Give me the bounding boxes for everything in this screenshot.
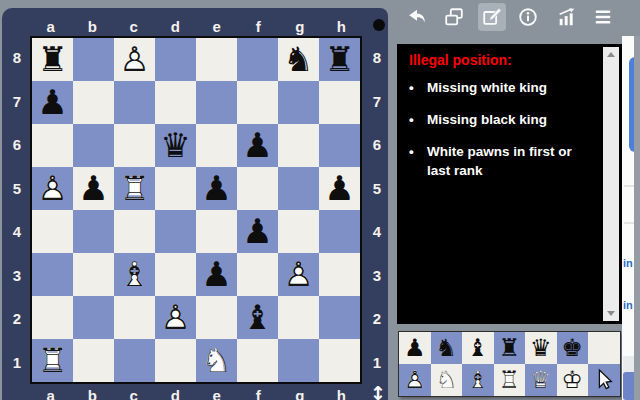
square-e7[interactable]: [196, 81, 237, 124]
square-e8[interactable]: [196, 38, 237, 81]
square-g6[interactable]: [278, 124, 319, 167]
file-label-h: h: [321, 385, 363, 400]
square-b2[interactable]: [73, 296, 114, 339]
file-label-e: e: [196, 385, 238, 400]
chess-board: ♜♟♙♞♜♟♛♟♟♙♟♜♖♟♟♟♝♗♟♟♙♟♙♝♜♖♞♘: [30, 36, 362, 384]
square-c8[interactable]: ♟♙: [114, 38, 155, 81]
rank-label-7: 7: [364, 80, 390, 124]
palette-black-knight[interactable]: ♞: [431, 332, 463, 364]
black-pawn[interactable]: ♟: [73, 167, 114, 210]
square-d2[interactable]: ♟♙: [155, 296, 196, 339]
rank-label-4: 4: [364, 210, 390, 254]
square-g7[interactable]: [278, 81, 319, 124]
file-label-a: a: [30, 385, 72, 400]
square-f3[interactable]: [237, 253, 278, 296]
square-h4[interactable]: [319, 210, 360, 253]
square-a6[interactable]: [32, 124, 73, 167]
file-label-d: d: [155, 385, 197, 400]
square-d6[interactable]: ♛: [155, 124, 196, 167]
palette-white-queen[interactable]: ♛♕: [525, 364, 557, 396]
palette-black-rook[interactable]: ♜: [494, 332, 526, 364]
black-pawn[interactable]: ♟: [32, 81, 73, 124]
panel-title: Illegal position:: [409, 52, 592, 68]
palette-white-bishop[interactable]: ♝♗: [462, 364, 494, 396]
file-label-f: f: [238, 385, 280, 400]
square-a5[interactable]: ♟♙: [32, 167, 73, 210]
background-link: in: [623, 257, 633, 269]
error-item: • Missing black king: [409, 110, 592, 129]
palette-black-king[interactable]: ♚: [557, 332, 589, 364]
palette-black-queen[interactable]: ♛: [525, 332, 557, 364]
square-a1[interactable]: ♜♖: [32, 339, 73, 382]
file-labels-bottom: abcdefgh: [30, 385, 362, 400]
square-f8[interactable]: [237, 38, 278, 81]
file-label-g: g: [279, 385, 321, 400]
black-pawn[interactable]: ♟: [319, 167, 360, 210]
file-label-f: f: [238, 16, 280, 36]
rank-label-3: 3: [4, 254, 30, 298]
square-f5[interactable]: [237, 167, 278, 210]
file-label-d: d: [155, 16, 197, 36]
scroll-down-icon[interactable]: [603, 306, 619, 321]
error-item: • Missing white king: [409, 78, 592, 97]
white-pawn[interactable]: ♟♙: [278, 253, 319, 296]
square-b7[interactable]: [73, 81, 114, 124]
square-a8[interactable]: ♜: [32, 38, 73, 81]
palette-empty[interactable]: [588, 332, 620, 364]
file-labels-top: abcdefgh: [30, 16, 362, 36]
palette-black-rook[interactable]: ♜: [494, 332, 526, 364]
square-b8[interactable]: [73, 38, 114, 81]
square-h8[interactable]: ♜: [319, 38, 360, 81]
square-a3[interactable]: [32, 253, 73, 296]
copy-board-icon[interactable]: [443, 6, 465, 28]
square-e6[interactable]: [196, 124, 237, 167]
rank-label-1: 1: [364, 341, 390, 385]
panel-scrollbar[interactable]: [603, 47, 619, 321]
rank-label-6: 6: [364, 123, 390, 167]
black-rook[interactable]: ♜: [32, 38, 73, 81]
black-pawn[interactable]: ♟: [237, 210, 278, 253]
square-c1[interactable]: [114, 339, 155, 382]
square-e1[interactable]: ♞♘: [196, 339, 237, 382]
file-label-b: b: [72, 385, 114, 400]
square-a2[interactable]: [32, 296, 73, 339]
rank-label-6: 6: [4, 123, 30, 167]
rank-label-8: 8: [4, 36, 30, 80]
square-h5[interactable]: ♟: [319, 167, 360, 210]
square-g2[interactable]: [278, 296, 319, 339]
square-h7[interactable]: [319, 81, 360, 124]
square-a7[interactable]: ♟: [32, 81, 73, 124]
square-h2[interactable]: [319, 296, 360, 339]
bullet: •: [409, 110, 427, 129]
side-to-move-dot[interactable]: [373, 19, 385, 31]
error-item: • White pawns in first or last rank: [409, 142, 592, 180]
square-c7[interactable]: [114, 81, 155, 124]
black-pawn[interactable]: ♟: [196, 253, 237, 296]
white-pawn[interactable]: ♟♙: [32, 167, 73, 210]
rank-label-2: 2: [4, 297, 30, 341]
square-g5[interactable]: [278, 167, 319, 210]
scroll-up-icon[interactable]: [603, 47, 619, 62]
rank-labels-left: 87654321: [4, 36, 30, 384]
square-g8[interactable]: ♞: [278, 38, 319, 81]
bullet: •: [409, 142, 427, 180]
black-pawn[interactable]: ♟: [196, 167, 237, 210]
palette-white-pawn[interactable]: ♟♙: [399, 364, 431, 396]
menu-icon[interactable]: [592, 6, 614, 28]
error-list: • Missing white king • Missing black kin…: [409, 78, 592, 180]
black-bishop[interactable]: ♝: [237, 296, 278, 339]
black-rook[interactable]: ♜: [319, 38, 360, 81]
black-pawn[interactable]: ♟: [237, 124, 278, 167]
rank-label-2: 2: [364, 297, 390, 341]
flip-board-icon[interactable]: ↕: [366, 381, 390, 400]
white-rook[interactable]: ♜♖: [114, 167, 155, 210]
square-d8[interactable]: [155, 38, 196, 81]
white-knight[interactable]: ♞♘: [196, 339, 237, 382]
square-f6[interactable]: ♟: [237, 124, 278, 167]
palette-black-pawn[interactable]: ♟: [399, 332, 431, 364]
background-link: in: [623, 299, 633, 311]
white-pawn[interactable]: ♟♙: [114, 38, 155, 81]
square-f1[interactable]: [237, 339, 278, 382]
square-h3[interactable]: [319, 253, 360, 296]
error-text: Missing white king: [427, 78, 592, 97]
palette-black-bishop[interactable]: ♝: [462, 332, 494, 364]
square-b6[interactable]: [73, 124, 114, 167]
error-text: Missing black king: [427, 110, 592, 129]
square-f4[interactable]: ♟: [237, 210, 278, 253]
square-g4[interactable]: [278, 210, 319, 253]
palette-white-pawn[interactable]: ♟♙: [399, 364, 431, 396]
rank-label-5: 5: [364, 167, 390, 211]
square-d7[interactable]: [155, 81, 196, 124]
square-b4[interactable]: [73, 210, 114, 253]
square-d3[interactable]: [155, 253, 196, 296]
palette-cursor-tool[interactable]: [588, 364, 620, 396]
rank-label-5: 5: [4, 167, 30, 211]
error-text: White pawns in first or last rank: [427, 142, 592, 180]
square-b5[interactable]: ♟: [73, 167, 114, 210]
square-b3[interactable]: [73, 253, 114, 296]
cursor-icon: [593, 368, 615, 392]
black-knight[interactable]: ♞: [278, 38, 319, 81]
bullet: •: [409, 78, 427, 97]
square-e2[interactable]: [196, 296, 237, 339]
black-queen[interactable]: ♛: [155, 124, 196, 167]
palette-black-queen[interactable]: ♛: [525, 332, 557, 364]
square-a4[interactable]: [32, 210, 73, 253]
file-label-g: g: [279, 16, 321, 36]
square-e4[interactable]: [196, 210, 237, 253]
square-e3[interactable]: ♟: [196, 253, 237, 296]
white-rook[interactable]: ♜♖: [32, 339, 73, 382]
board-frame: abcdefgh 87654321 87654321 ♜♟♙♞♜♟♛♟♟♙♟♜♖…: [2, 8, 388, 400]
square-f2[interactable]: ♝: [237, 296, 278, 339]
file-label-c: c: [113, 385, 155, 400]
file-label-a: a: [30, 16, 72, 36]
palette-white-king[interactable]: ♚♔: [557, 364, 589, 396]
file-label-e: e: [196, 16, 238, 36]
piece-palette: ♟♞♝♜♛♚♟♙♞♘♝♗♜♖♛♕♚♔: [398, 331, 621, 397]
square-c3[interactable]: ♝♗: [114, 253, 155, 296]
square-e5[interactable]: ♟: [196, 167, 237, 210]
white-bishop[interactable]: ♝♗: [114, 253, 155, 296]
square-b1[interactable]: [73, 339, 114, 382]
palette-black-king[interactable]: ♚: [557, 332, 589, 364]
palette-white-bishop[interactable]: ♝♗: [462, 364, 494, 396]
rank-label-7: 7: [4, 80, 30, 124]
rank-label-8: 8: [364, 36, 390, 80]
palette-black-bishop[interactable]: ♝: [462, 332, 494, 364]
square-d4[interactable]: [155, 210, 196, 253]
file-label-h: h: [321, 16, 363, 36]
palette-white-knight[interactable]: ♞♘: [431, 364, 463, 396]
square-g3[interactable]: ♟♙: [278, 253, 319, 296]
square-c2[interactable]: [114, 296, 155, 339]
rank-labels-right: 87654321: [364, 36, 390, 384]
rank-label-1: 1: [4, 341, 30, 385]
square-h6[interactable]: [319, 124, 360, 167]
white-pawn[interactable]: ♟♙: [155, 296, 196, 339]
square-c5[interactable]: ♜♖: [114, 167, 155, 210]
palette-white-knight[interactable]: ♞♘: [431, 364, 463, 396]
square-h1[interactable]: [319, 339, 360, 382]
analyze-chart-icon[interactable]: [556, 6, 578, 28]
palette-white-rook[interactable]: ♜♖: [494, 364, 526, 396]
background-page-scrollbar: [634, 36, 640, 400]
back-arrow-icon[interactable]: [406, 6, 428, 28]
square-f7[interactable]: [237, 81, 278, 124]
square-d1[interactable]: [155, 339, 196, 382]
square-c4[interactable]: [114, 210, 155, 253]
palette-black-knight[interactable]: ♞: [431, 332, 463, 364]
rank-label-4: 4: [4, 210, 30, 254]
info-icon[interactable]: [517, 6, 539, 28]
palette-white-rook[interactable]: ♜♖: [494, 364, 526, 396]
file-label-b: b: [72, 16, 114, 36]
validation-panel: Illegal position: • Missing white king •…: [397, 44, 622, 324]
square-g1[interactable]: [278, 339, 319, 382]
palette-black-pawn[interactable]: ♟: [399, 332, 431, 364]
square-d5[interactable]: [155, 167, 196, 210]
rank-label-3: 3: [364, 254, 390, 298]
edit-board-icon[interactable]: [481, 6, 503, 28]
file-label-c: c: [113, 16, 155, 36]
palette-white-queen[interactable]: ♛♕: [525, 364, 557, 396]
square-c6[interactable]: [114, 124, 155, 167]
palette-white-king[interactable]: ♚♔: [557, 364, 589, 396]
